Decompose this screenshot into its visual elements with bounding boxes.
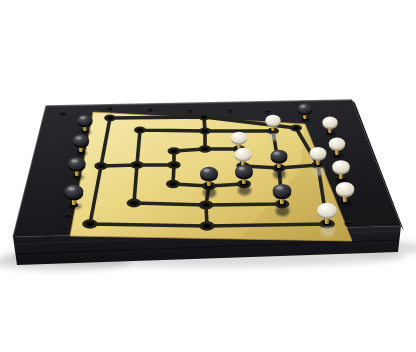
peg-head-highlight [238, 167, 244, 170]
point-b4[interactable] [130, 161, 143, 169]
peg-head [336, 182, 355, 195]
point-b6[interactable] [134, 126, 146, 133]
board-photo-stage: Nine Men's Morris board [0, 0, 416, 352]
peg-head [235, 148, 252, 160]
frame-hole-5 [227, 109, 233, 113]
peg-head [77, 115, 92, 126]
peg-head-highlight [321, 205, 328, 209]
point-d2[interactable] [199, 201, 214, 210]
point-a7[interactable] [104, 115, 116, 122]
point-c4[interactable] [167, 161, 180, 169]
frame-hole-3 [147, 108, 153, 112]
point-d5[interactable] [199, 145, 212, 153]
peg-head-highlight [68, 187, 75, 190]
peg-head [231, 132, 247, 144]
point-a4[interactable] [94, 162, 107, 170]
point-c3[interactable] [166, 180, 180, 188]
peg-head [200, 167, 218, 180]
frame-hole-2 [107, 107, 113, 111]
peg-head [317, 203, 337, 217]
peg-head-highlight [313, 149, 319, 152]
frame-hole-1 [60, 112, 66, 116]
peg-head [322, 117, 337, 128]
point-g7[interactable] [290, 124, 302, 131]
point-d6[interactable] [199, 127, 211, 134]
point-d7[interactable] [198, 114, 210, 121]
peg-head-highlight [300, 105, 305, 108]
peg-head [329, 137, 345, 149]
nine-mens-morris-scene [0, 0, 416, 352]
peg-head-highlight [203, 169, 209, 172]
peg-head-highlight [325, 118, 330, 121]
frame-hole-6 [265, 110, 271, 114]
peg-head [332, 160, 350, 173]
peg-head [298, 103, 313, 114]
peg-head [273, 184, 292, 197]
peg-head [235, 165, 253, 178]
point-c5[interactable] [168, 147, 181, 155]
peg-head-highlight [238, 150, 244, 153]
peg-head [265, 115, 280, 126]
peg-head [65, 185, 84, 199]
frame-hole-7 [64, 214, 73, 219]
peg-head-highlight [72, 159, 78, 162]
peg-head-highlight [80, 116, 85, 119]
frame-hole-4 [187, 109, 193, 113]
peg-head-highlight [332, 139, 338, 142]
peg-head-highlight [276, 186, 283, 189]
peg-head-highlight [234, 134, 240, 137]
peg-head-highlight [274, 152, 280, 155]
point-a1[interactable] [82, 219, 98, 228]
peg-head-highlight [76, 136, 82, 139]
peg-head [73, 135, 89, 147]
peg-head [68, 157, 85, 170]
peg-head-highlight [268, 116, 273, 119]
peg-head [270, 150, 287, 162]
peg-head-highlight [339, 184, 345, 187]
peg-head [310, 147, 327, 159]
peg-head-highlight [336, 162, 342, 165]
point-b2[interactable] [127, 199, 142, 208]
point-d1[interactable] [199, 221, 215, 230]
